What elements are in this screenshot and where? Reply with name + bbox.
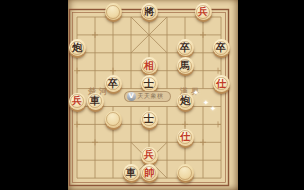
board-cell-f0r7[interactable]: [68, 128, 86, 146]
piece-glyph: 仕: [180, 132, 190, 142]
piece-black-士[interactable]: 士: [141, 111, 158, 128]
board-cell-f6r2[interactable]: 卒: [176, 39, 194, 57]
board-cell-f2r7[interactable]: [104, 128, 122, 146]
board-cell-f5r8[interactable]: [158, 146, 176, 164]
board-cell-f3r1[interactable]: [122, 21, 140, 39]
board-cell-f2r3[interactable]: [104, 57, 122, 75]
board-cell-f0r1[interactable]: [68, 21, 86, 39]
board-cell-f5r9[interactable]: [158, 164, 176, 182]
board-cell-f3r4[interactable]: [122, 75, 140, 93]
board-cell-f3r8[interactable]: [122, 146, 140, 164]
piece-glyph: 卒: [216, 42, 226, 52]
board-cell-f1r3[interactable]: [86, 57, 104, 75]
xiangqi-board: 楚河 漢界 將兵炮卒卒相馬卒士仕兵車炮士仕兵車帥 V 天天象棋 ✦✦✦: [68, 0, 238, 190]
board-cell-f7r3[interactable]: [194, 57, 212, 75]
board-cell-f8r7[interactable]: [212, 128, 230, 146]
board-cell-f6r4[interactable]: [176, 75, 194, 93]
piece-glyph: 馬: [180, 60, 190, 70]
board-cell-f4r6[interactable]: 士: [140, 110, 158, 128]
board-cell-f0r8[interactable]: [68, 146, 86, 164]
board-cell-f5r0[interactable]: [158, 3, 176, 21]
board-cell-f3r9[interactable]: 車: [122, 164, 140, 182]
piece-glyph: 車: [126, 167, 136, 177]
board-cell-f6r3[interactable]: 馬: [176, 57, 194, 75]
piece-glyph: 炮: [180, 96, 190, 106]
piece-glyph: 帥: [144, 167, 154, 177]
board-cell-f0r9[interactable]: [68, 164, 86, 182]
board-cell-f2r1[interactable]: [104, 21, 122, 39]
piece-black-炮[interactable]: 炮: [177, 93, 194, 110]
board-cell-f2r4[interactable]: 卒: [104, 75, 122, 93]
board-cell-f3r6[interactable]: [122, 110, 140, 128]
watermark-text: 天天象棋: [138, 92, 164, 101]
piece-glyph: 兵: [198, 6, 208, 16]
board-cell-f4r8[interactable]: 兵: [140, 146, 158, 164]
piece-black-車[interactable]: 車: [87, 93, 104, 110]
board-cell-f2r6[interactable]: [104, 110, 122, 128]
board-cell-f5r4[interactable]: [158, 75, 176, 93]
board-cell-f8r4[interactable]: 仕: [212, 75, 230, 93]
board-cell-f4r4[interactable]: 士: [140, 75, 158, 93]
board-cell-f7r5[interactable]: [194, 92, 212, 110]
piece-black-炮[interactable]: 炮: [69, 39, 86, 56]
piece-glyph: 炮: [72, 42, 82, 52]
board-cell-f8r9[interactable]: [212, 164, 230, 182]
board-cell-f4r9[interactable]: 帥: [140, 164, 158, 182]
board-cell-f3r3[interactable]: [122, 57, 140, 75]
board-cell-f6r7[interactable]: 仕: [176, 128, 194, 146]
board-cell-f2r8[interactable]: [104, 146, 122, 164]
board-cell-f0r4[interactable]: [68, 75, 86, 93]
piece-black-將[interactable]: 將: [141, 3, 158, 20]
board-cell-f7r1[interactable]: [194, 21, 212, 39]
piece-red-兵[interactable]: 兵: [195, 3, 212, 20]
board-cell-f6r0[interactable]: [176, 3, 194, 21]
board-cell-f1r5[interactable]: 車: [86, 92, 104, 110]
piece-red-兵[interactable]: 兵: [141, 147, 158, 164]
piece-black-馬[interactable]: 馬: [177, 57, 194, 74]
board-cell-f0r2[interactable]: 炮: [68, 39, 86, 57]
board-cell-f5r2[interactable]: [158, 39, 176, 57]
piece-black-車[interactable]: 車: [123, 164, 140, 181]
board-cell-f0r0[interactable]: [68, 3, 86, 21]
piece-glyph: 仕: [216, 78, 226, 88]
board-cell-f4r2[interactable]: [140, 39, 158, 57]
board-cell-f6r9[interactable]: [176, 164, 194, 182]
board-cell-f5r6[interactable]: [158, 110, 176, 128]
board-cell-f7r7[interactable]: [194, 128, 212, 146]
piece-black-士[interactable]: 士: [141, 75, 158, 92]
letterbox-left: [0, 0, 68, 190]
piece-red-仕[interactable]: 仕: [213, 75, 230, 92]
piece-glyph: 相: [144, 60, 154, 70]
board-cell-f1r4[interactable]: [86, 75, 104, 93]
board-cell-f3r2[interactable]: [122, 39, 140, 57]
board-cell-f4r7[interactable]: [140, 128, 158, 146]
board-cell-f8r6[interactable]: [212, 110, 230, 128]
board-cell-f1r8[interactable]: [86, 146, 104, 164]
piece-hidden[interactable]: [177, 164, 194, 181]
piece-glyph: 車: [90, 96, 100, 106]
board-cell-f8r0[interactable]: [212, 3, 230, 21]
piece-hidden[interactable]: [105, 3, 122, 20]
board-cell-f0r6[interactable]: [68, 110, 86, 128]
board-cell-f2r2[interactable]: [104, 39, 122, 57]
board-cell-f7r8[interactable]: [194, 146, 212, 164]
board-cell-f2r5[interactable]: [104, 92, 122, 110]
piece-glyph: 士: [144, 114, 154, 124]
board-cell-f6r5[interactable]: 炮: [176, 92, 194, 110]
app-watermark: V 天天象棋: [124, 91, 171, 102]
board-cell-f0r5[interactable]: 兵: [68, 92, 86, 110]
piece-glyph: 士: [144, 78, 154, 88]
board-cell-f2r9[interactable]: [104, 164, 122, 182]
board-cell-f8r8[interactable]: [212, 146, 230, 164]
piece-glyph: 將: [144, 6, 154, 16]
piece-black-卒[interactable]: 卒: [177, 39, 194, 56]
board-cell-f8r1[interactable]: [212, 21, 230, 39]
board-cell-f6r1[interactable]: [176, 21, 194, 39]
board-cell-f4r0[interactable]: 將: [140, 3, 158, 21]
board-cell-f1r7[interactable]: [86, 128, 104, 146]
piece-glyph: 卒: [180, 42, 190, 52]
board-cell-f7r0[interactable]: 兵: [194, 3, 212, 21]
board-cell-f7r2[interactable]: [194, 39, 212, 57]
piece-glyph: 卒: [108, 78, 118, 88]
board-cell-f1r6[interactable]: [86, 110, 104, 128]
board-cell-f7r6[interactable]: [194, 110, 212, 128]
piece-glyph: 兵: [72, 96, 82, 106]
board-cell-f3r7[interactable]: [122, 128, 140, 146]
board-cell-f6r8[interactable]: [176, 146, 194, 164]
board-cell-f1r0[interactable]: [86, 3, 104, 21]
board-cell-f3r0[interactable]: [122, 3, 140, 21]
board-cell-f5r3[interactable]: [158, 57, 176, 75]
piece-red-仕[interactable]: 仕: [177, 129, 194, 146]
board-cell-f4r3[interactable]: 相: [140, 57, 158, 75]
piece-black-卒[interactable]: 卒: [213, 39, 230, 56]
board-cell-f5r1[interactable]: [158, 21, 176, 39]
board-cell-f5r7[interactable]: [158, 128, 176, 146]
board-cell-f1r1[interactable]: [86, 21, 104, 39]
piece-red-兵[interactable]: 兵: [69, 93, 86, 110]
board-cell-f1r2[interactable]: [86, 39, 104, 57]
board-cell-f6r6[interactable]: [176, 110, 194, 128]
piece-black-卒[interactable]: 卒: [105, 75, 122, 92]
board-cell-f7r4[interactable]: [194, 75, 212, 93]
piece-hidden[interactable]: [105, 111, 122, 128]
piece-red-相[interactable]: 相: [141, 57, 158, 74]
piece-glyph: 兵: [144, 150, 154, 160]
board-cell-f7r9[interactable]: [194, 164, 212, 182]
piece-red-帥[interactable]: 帥: [141, 164, 158, 181]
board-cell-f8r3[interactable]: [212, 57, 230, 75]
letterbox-right: [238, 0, 304, 190]
board-cell-f8r2[interactable]: 卒: [212, 39, 230, 57]
board-cell-f1r9[interactable]: [86, 164, 104, 182]
board-cell-f4r1[interactable]: [140, 21, 158, 39]
board-cell-f0r3[interactable]: [68, 57, 86, 75]
v-badge-icon: V: [127, 92, 136, 101]
board-cell-f2r0[interactable]: [104, 3, 122, 21]
board-cell-f8r5[interactable]: [212, 92, 230, 110]
